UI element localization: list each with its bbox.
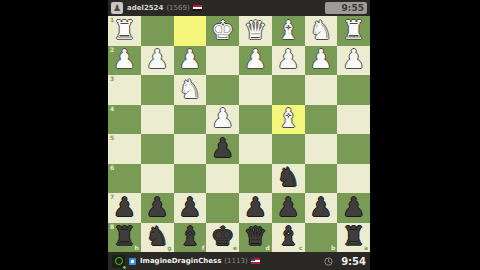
top-player-flag-icon [193, 5, 202, 11]
square-a7[interactable]: ♟ [337, 193, 370, 223]
file-label-h: h [134, 245, 138, 251]
piece-black-pawn[interactable]: ♟ [342, 194, 365, 220]
piece-white-rook[interactable]: ♜ [113, 17, 136, 43]
square-d4[interactable] [239, 105, 272, 135]
square-e2[interactable] [206, 46, 239, 76]
top-player-bar: ♟ adel2524 (1569) 9:55 [108, 0, 370, 16]
square-c1[interactable]: ♝ [272, 16, 305, 46]
square-d8[interactable]: d♛ [239, 223, 272, 253]
square-h8[interactable]: 8h♜ [108, 223, 141, 253]
square-a6[interactable] [337, 164, 370, 194]
square-g8[interactable]: g♞ [141, 223, 174, 253]
piece-white-bishop[interactable]: ♝ [276, 17, 299, 43]
piece-black-pawn[interactable]: ♟ [244, 194, 267, 220]
piece-white-pawn[interactable]: ♟ [211, 105, 234, 131]
square-e4[interactable]: ♟ [206, 105, 239, 135]
piece-black-pawn[interactable]: ♟ [145, 194, 168, 220]
piece-black-knight[interactable]: ♞ [145, 223, 168, 249]
file-label-f: f [202, 245, 205, 251]
piece-black-pawn[interactable]: ♟ [113, 194, 136, 220]
file-label-g: g [167, 245, 171, 251]
rank-label-8: 8 [110, 224, 114, 230]
piece-black-rook[interactable]: ♜ [342, 223, 365, 249]
square-b6[interactable] [305, 164, 338, 194]
piece-black-knight[interactable]: ♞ [276, 164, 299, 190]
rank-label-1: 1 [110, 17, 114, 23]
top-player-clock: 9:55 [325, 2, 367, 14]
top-player-avatar[interactable]: ♟ [111, 2, 123, 14]
square-c4[interactable]: ♝ [272, 105, 305, 135]
bottom-player-name[interactable]: ImagineDraginChess [140, 257, 221, 265]
bottom-player-bar: ImagineDraginChess (1113) 9:54 [108, 252, 370, 270]
rank-label-2: 2 [110, 47, 114, 53]
piece-black-king[interactable]: ♚ [211, 223, 234, 249]
square-f1[interactable] [174, 16, 207, 46]
square-a8[interactable]: a♜ [337, 223, 370, 253]
chess-board: 1♜♚♛♝♞♜2♟♟♟♟♟♟♟3♞4♟♝5♟6♞7♟♟♟♟♟♟♟8h♜g♞f♝e… [108, 16, 370, 252]
piece-white-rook[interactable]: ♜ [342, 17, 365, 43]
square-b3[interactable] [305, 75, 338, 105]
pawn-avatar-icon: ♟ [113, 4, 121, 13]
rank-label-5: 5 [110, 135, 114, 141]
square-d1[interactable]: ♛ [239, 16, 272, 46]
piece-white-pawn[interactable]: ♟ [309, 46, 332, 72]
piece-white-pawn[interactable]: ♟ [178, 46, 201, 72]
square-c5[interactable] [272, 134, 305, 164]
square-d3[interactable] [239, 75, 272, 105]
square-f2[interactable]: ♟ [174, 46, 207, 76]
square-b5[interactable] [305, 134, 338, 164]
piece-white-pawn[interactable]: ♟ [342, 46, 365, 72]
piece-black-rook[interactable]: ♜ [113, 223, 136, 249]
bottom-player-rating: (1113) [224, 257, 247, 265]
piece-white-pawn[interactable]: ♟ [113, 46, 136, 72]
square-e6[interactable] [206, 164, 239, 194]
square-g3[interactable] [141, 75, 174, 105]
square-b8[interactable]: b [305, 223, 338, 253]
piece-white-pawn[interactable]: ♟ [244, 46, 267, 72]
file-label-e: e [233, 245, 237, 251]
square-h2[interactable]: 2♟ [108, 46, 141, 76]
piece-white-king[interactable]: ♚ [211, 17, 234, 43]
piece-black-pawn[interactable]: ♟ [309, 194, 332, 220]
bottom-player-clock: 9:54 [341, 256, 366, 267]
square-c8[interactable]: c♝ [272, 223, 305, 253]
square-d5[interactable] [239, 134, 272, 164]
bottom-player-avatar[interactable] [112, 255, 125, 268]
rank-label-7: 7 [110, 194, 114, 200]
top-player-name[interactable]: adel2524 [127, 4, 163, 12]
square-a5[interactable] [337, 134, 370, 164]
square-f7[interactable]: ♟ [174, 193, 207, 223]
square-b1[interactable]: ♞ [305, 16, 338, 46]
avatar-logo-icon [115, 257, 123, 265]
square-c2[interactable]: ♟ [272, 46, 305, 76]
square-b2[interactable]: ♟ [305, 46, 338, 76]
top-player-rating: (1569) [166, 4, 189, 12]
square-b7[interactable]: ♟ [305, 193, 338, 223]
square-f8[interactable]: f♝ [174, 223, 207, 253]
square-e8[interactable]: e♚ [206, 223, 239, 253]
square-g1[interactable] [141, 16, 174, 46]
square-a3[interactable] [337, 75, 370, 105]
rank-label-6: 6 [110, 165, 114, 171]
square-h6[interactable]: 6 [108, 164, 141, 194]
piece-black-pawn[interactable]: ♟ [276, 194, 299, 220]
square-c7[interactable]: ♟ [272, 193, 305, 223]
square-d2[interactable]: ♟ [239, 46, 272, 76]
piece-black-pawn[interactable]: ♟ [211, 135, 234, 161]
square-h3[interactable]: 3 [108, 75, 141, 105]
piece-black-queen[interactable]: ♛ [244, 223, 267, 249]
piece-white-queen[interactable]: ♛ [244, 17, 267, 43]
square-e7[interactable] [206, 193, 239, 223]
square-b4[interactable] [305, 105, 338, 135]
rank-label-3: 3 [110, 76, 114, 82]
square-g7[interactable]: ♟ [141, 193, 174, 223]
square-d6[interactable] [239, 164, 272, 194]
square-e3[interactable] [206, 75, 239, 105]
rank-label-4: 4 [110, 106, 114, 112]
piece-white-knight[interactable]: ♞ [178, 76, 201, 102]
square-f4[interactable] [174, 105, 207, 135]
piece-white-knight[interactable]: ♞ [309, 17, 332, 43]
file-label-a: a [364, 245, 368, 251]
bottom-player-flag-icon [251, 258, 260, 264]
online-status-dot [122, 265, 127, 270]
screen: ♟ adel2524 (1569) 9:55 1♜♚♛♝♞♜2♟♟♟♟♟♟♟3♞… [0, 0, 480, 270]
square-a4[interactable] [337, 105, 370, 135]
piece-black-bishop[interactable]: ♝ [178, 223, 201, 249]
square-a2[interactable]: ♟ [337, 46, 370, 76]
square-g5[interactable] [141, 134, 174, 164]
square-g2[interactable]: ♟ [141, 46, 174, 76]
square-e5[interactable]: ♟ [206, 134, 239, 164]
piece-white-pawn[interactable]: ♟ [276, 46, 299, 72]
square-h5[interactable]: 5 [108, 134, 141, 164]
square-d7[interactable]: ♟ [239, 193, 272, 223]
square-f5[interactable] [174, 134, 207, 164]
square-c6[interactable]: ♞ [272, 164, 305, 194]
square-a1[interactable]: ♜ [337, 16, 370, 46]
clock-icon[interactable] [324, 257, 333, 266]
piece-white-pawn[interactable]: ♟ [145, 46, 168, 72]
blue-badge-icon [129, 258, 136, 265]
square-e1[interactable]: ♚ [206, 16, 239, 46]
square-f3[interactable]: ♞ [174, 75, 207, 105]
file-label-c: c [299, 245, 303, 251]
square-g4[interactable] [141, 105, 174, 135]
piece-black-pawn[interactable]: ♟ [178, 194, 201, 220]
file-label-d: d [265, 245, 269, 251]
chess-app-window: ♟ adel2524 (1569) 9:55 1♜♚♛♝♞♜2♟♟♟♟♟♟♟3♞… [108, 0, 370, 270]
square-h4[interactable]: 4 [108, 105, 141, 135]
piece-black-bishop[interactable]: ♝ [276, 223, 299, 249]
square-c3[interactable] [272, 75, 305, 105]
square-h7[interactable]: 7♟ [108, 193, 141, 223]
piece-white-bishop[interactable]: ♝ [276, 105, 299, 131]
square-f6[interactable] [174, 164, 207, 194]
square-g6[interactable] [141, 164, 174, 194]
file-label-b: b [331, 245, 335, 251]
square-h1[interactable]: 1♜ [108, 16, 141, 46]
